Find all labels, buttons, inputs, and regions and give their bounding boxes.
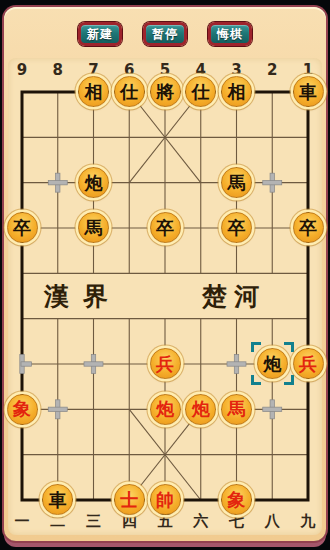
board-point: 相	[76, 69, 112, 114]
piece-black-卒[interactable]: 卒	[150, 212, 181, 243]
board-point: 卒	[4, 205, 40, 250]
board-point: 兵	[147, 341, 183, 386]
board-point: 仕	[183, 69, 219, 114]
piece-red-炮[interactable]: 炮	[150, 394, 181, 425]
board-point: 象	[4, 387, 40, 432]
board-point: 仕	[111, 69, 147, 114]
piece-black-馬[interactable]: 馬	[78, 212, 109, 243]
piece-red-帥[interactable]: 帥	[150, 484, 181, 515]
piece-black-相[interactable]: 相	[221, 76, 252, 107]
piece-black-卒[interactable]: 卒	[7, 212, 38, 243]
board-point: 炮	[76, 160, 112, 205]
board-point: 象	[219, 477, 255, 522]
piece-red-象[interactable]: 象	[7, 394, 38, 425]
piece-black-卒[interactable]: 卒	[293, 212, 324, 243]
piece-red-象[interactable]: 象	[221, 484, 252, 515]
board-point: 炮	[254, 341, 290, 386]
piece-black-卒[interactable]: 卒	[221, 212, 252, 243]
board-point: 車	[40, 477, 76, 522]
piece-black-炮[interactable]: 炮	[78, 167, 109, 198]
piece-black-車[interactable]: 車	[293, 76, 324, 107]
board-point: 相	[219, 69, 255, 114]
board-point: 車	[290, 69, 326, 114]
board-point: 炮	[147, 387, 183, 432]
board-point: 士	[111, 477, 147, 522]
board-point: 兵	[290, 341, 326, 386]
board-point: 炮	[183, 387, 219, 432]
piece-black-相[interactable]: 相	[78, 76, 109, 107]
board-point: 卒	[290, 205, 326, 250]
piece-red-士[interactable]: 士	[114, 484, 145, 515]
piece-red-炮[interactable]: 炮	[185, 394, 216, 425]
board-point: 卒	[147, 205, 183, 250]
piece-grid: 相仕將仕相車炮馬卒馬卒卒卒兵炮兵象炮炮馬車士帥象	[4, 69, 326, 522]
board-point: 卒	[219, 205, 255, 250]
piece-black-仕[interactable]: 仕	[185, 76, 216, 107]
board-point: 馬	[219, 160, 255, 205]
piece-red-兵[interactable]: 兵	[293, 348, 324, 379]
piece-red-兵[interactable]: 兵	[150, 348, 181, 379]
piece-black-仕[interactable]: 仕	[114, 76, 145, 107]
board-point: 馬	[76, 205, 112, 250]
piece-black-馬[interactable]: 馬	[221, 167, 252, 198]
board-point: 馬	[219, 387, 255, 432]
piece-red-馬[interactable]: 馬	[221, 394, 252, 425]
board-point: 將	[147, 69, 183, 114]
piece-black-將[interactable]: 將	[150, 76, 181, 107]
xiangqi-app-window: 新建 暂停 悔棋	[0, 0, 330, 550]
piece-black-炮[interactable]: 炮	[257, 348, 288, 379]
piece-black-車[interactable]: 車	[42, 484, 73, 515]
board-point: 帥	[147, 477, 183, 522]
